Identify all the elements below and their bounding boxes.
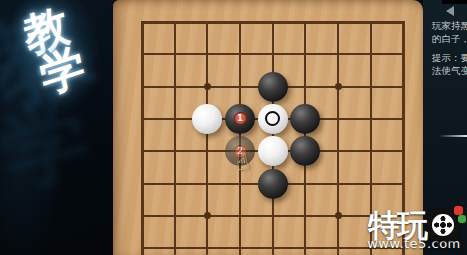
stone-white: [258, 104, 288, 134]
hint-line: 提示：要: [432, 51, 467, 64]
tutorial-instruction-paragraph: 玩家持黑 的白子，: [432, 19, 467, 45]
te5-logo-badge-icon: [428, 209, 460, 241]
move-number-badge: 1: [234, 112, 247, 125]
stone-black: 1: [225, 104, 255, 134]
stone-white: [192, 104, 222, 134]
logo-red-dot: [454, 206, 463, 215]
stone-black: [258, 169, 288, 199]
grid-line-vertical: [174, 21, 176, 255]
stone-black: [290, 104, 320, 134]
grid-line-vertical: [337, 21, 339, 255]
film-reel-icon: [432, 214, 454, 236]
stone-black: [290, 136, 320, 166]
hint-line: 法使气变: [432, 64, 467, 77]
grid-line-horizontal: [141, 21, 405, 24]
star-point: [204, 212, 211, 219]
stone-black: [258, 72, 288, 102]
instruction-line: 的白子，: [432, 32, 467, 45]
site-watermark: 特玩 www.te5.com: [366, 209, 462, 251]
tutorial-screen: 教 学 教 学 12 ☝ 玩家持黑 的白子， 提示：要 法使气变 特玩: [0, 0, 467, 255]
stone-white: [258, 136, 288, 166]
panel-top-bar: [442, 0, 467, 4]
star-point: [335, 212, 342, 219]
tutorial-title-char-2: 学: [36, 41, 88, 99]
tutorial-hint-paragraph: 提示：要 法使气变: [432, 51, 467, 77]
grid-line-horizontal: [141, 53, 405, 55]
grid-line-vertical: [141, 21, 144, 255]
panel-divider: [440, 135, 467, 137]
instruction-line: 玩家持黑: [432, 19, 467, 32]
tutorial-art-zone: 教 学 教 学: [0, 0, 113, 255]
star-point: [335, 83, 342, 90]
logo-green-dot: [458, 215, 466, 223]
capture-target-ring: [265, 111, 280, 126]
collapse-arrow-icon[interactable]: [446, 6, 454, 16]
grid-line-vertical: [206, 21, 208, 255]
star-point: [204, 83, 211, 90]
